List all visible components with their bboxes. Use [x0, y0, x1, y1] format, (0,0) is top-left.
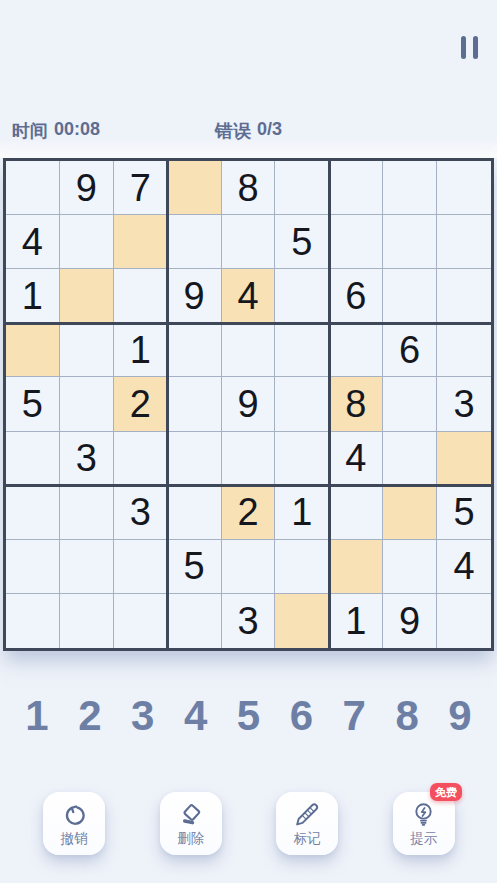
cell-r7c5[interactable]: 2: [222, 486, 276, 540]
cell-r2c6[interactable]: 5: [275, 215, 329, 269]
eraser-icon: [177, 801, 204, 828]
cell-r5c3[interactable]: 2: [114, 377, 168, 431]
cell-r3c8[interactable]: [383, 269, 437, 323]
pause-icon: [473, 36, 478, 59]
cell-r7c7[interactable]: [329, 486, 383, 540]
cell-r3c1[interactable]: 1: [6, 269, 60, 323]
cell-r8c4[interactable]: 5: [168, 540, 222, 594]
erase-button[interactable]: 删除: [160, 792, 222, 855]
cell-r6c8[interactable]: [383, 432, 437, 486]
cell-r8c1[interactable]: [6, 540, 60, 594]
cell-r7c3[interactable]: 3: [114, 486, 168, 540]
cell-r1c1[interactable]: [6, 161, 60, 215]
cell-r9c9[interactable]: [437, 594, 491, 648]
numpad-4[interactable]: 4: [179, 692, 213, 740]
cell-r6c4[interactable]: [168, 432, 222, 486]
mark-button[interactable]: 标记: [276, 792, 338, 855]
cell-r7c9[interactable]: 5: [437, 486, 491, 540]
cell-r9c1[interactable]: [6, 594, 60, 648]
cell-r7c2[interactable]: [60, 486, 114, 540]
cell-r1c8[interactable]: [383, 161, 437, 215]
cell-r2c9[interactable]: [437, 215, 491, 269]
cell-r7c6[interactable]: 1: [275, 486, 329, 540]
cell-r6c9[interactable]: [437, 432, 491, 486]
hint-label: 提示: [410, 830, 437, 848]
cell-r5c5[interactable]: 9: [222, 377, 276, 431]
cell-r3c3[interactable]: [114, 269, 168, 323]
cell-r5c7[interactable]: 8: [329, 377, 383, 431]
toolbar: 撤销 删除 标记 免费: [0, 792, 497, 855]
numpad-3[interactable]: 3: [126, 692, 160, 740]
cell-r5c1[interactable]: 5: [6, 377, 60, 431]
cell-r6c7[interactable]: 4: [329, 432, 383, 486]
cell-r1c9[interactable]: [437, 161, 491, 215]
numpad-9[interactable]: 9: [443, 692, 477, 740]
hint-button[interactable]: 免费 提示: [393, 792, 455, 855]
undo-icon: [61, 801, 88, 828]
cell-r4c2[interactable]: [60, 323, 114, 377]
board-top-glow: [0, 138, 497, 158]
cell-r4c8[interactable]: 6: [383, 323, 437, 377]
cell-r5c9[interactable]: 3: [437, 377, 491, 431]
cell-r9c8[interactable]: 9: [383, 594, 437, 648]
pencil-icon: [294, 801, 321, 828]
cell-r9c4[interactable]: [168, 594, 222, 648]
cell-r2c7[interactable]: [329, 215, 383, 269]
numpad-8[interactable]: 8: [390, 692, 424, 740]
cell-r4c3[interactable]: 1: [114, 323, 168, 377]
cell-r1c4[interactable]: [168, 161, 222, 215]
cell-r4c6[interactable]: [275, 323, 329, 377]
cell-r8c5[interactable]: [222, 540, 276, 594]
cell-r2c2[interactable]: [60, 215, 114, 269]
cell-r8c9[interactable]: 4: [437, 540, 491, 594]
cell-r5c8[interactable]: [383, 377, 437, 431]
numpad-5[interactable]: 5: [232, 692, 266, 740]
cell-r1c7[interactable]: [329, 161, 383, 215]
cell-r2c4[interactable]: [168, 215, 222, 269]
cell-r5c2[interactable]: [60, 377, 114, 431]
cell-r6c3[interactable]: [114, 432, 168, 486]
cell-r7c4[interactable]: [168, 486, 222, 540]
numpad-1[interactable]: 1: [20, 692, 54, 740]
cell-r1c6[interactable]: [275, 161, 329, 215]
cell-r4c5[interactable]: [222, 323, 276, 377]
cell-r3c4[interactable]: 9: [168, 269, 222, 323]
cell-r9c6[interactable]: [275, 594, 329, 648]
cell-r6c1[interactable]: [6, 432, 60, 486]
cell-r5c6[interactable]: [275, 377, 329, 431]
numpad-2[interactable]: 2: [73, 692, 107, 740]
cell-r9c5[interactable]: 3: [222, 594, 276, 648]
cell-r4c9[interactable]: [437, 323, 491, 377]
cell-r4c4[interactable]: [168, 323, 222, 377]
cell-r8c7[interactable]: [329, 540, 383, 594]
cell-r3c2[interactable]: [60, 269, 114, 323]
erase-label: 删除: [177, 830, 204, 848]
numpad-6[interactable]: 6: [284, 692, 318, 740]
cell-r3c6[interactable]: [275, 269, 329, 323]
sudoku-board: 978451946165298334321554319: [3, 158, 494, 651]
cell-r6c6[interactable]: [275, 432, 329, 486]
cell-r3c9[interactable]: [437, 269, 491, 323]
undo-button[interactable]: 撤销: [43, 792, 105, 855]
cell-r6c2[interactable]: 3: [60, 432, 114, 486]
sudoku-app-screen: 时间 00:08 错误 0/3 978451946165298334321554…: [0, 0, 497, 883]
cell-r8c8[interactable]: [383, 540, 437, 594]
cell-r3c7[interactable]: 6: [329, 269, 383, 323]
undo-label: 撤销: [61, 830, 88, 848]
pause-button[interactable]: [455, 34, 483, 60]
pause-icon: [461, 36, 466, 59]
cell-r8c3[interactable]: [114, 540, 168, 594]
cell-r8c6[interactable]: [275, 540, 329, 594]
mark-label: 标记: [294, 830, 321, 848]
cell-r4c7[interactable]: [329, 323, 383, 377]
cell-r9c7[interactable]: 1: [329, 594, 383, 648]
cell-r1c5[interactable]: 8: [222, 161, 276, 215]
cell-r8c2[interactable]: [60, 540, 114, 594]
cell-r9c3[interactable]: [114, 594, 168, 648]
cell-r7c8[interactable]: [383, 486, 437, 540]
cell-r9c2[interactable]: [60, 594, 114, 648]
cell-r7c1[interactable]: [6, 486, 60, 540]
cell-r6c5[interactable]: [222, 432, 276, 486]
cell-r4c1[interactable]: [6, 323, 60, 377]
cell-r2c5[interactable]: [222, 215, 276, 269]
cell-r1c3[interactable]: 7: [114, 161, 168, 215]
cell-r5c4[interactable]: [168, 377, 222, 431]
free-badge: 免费: [430, 783, 462, 801]
cell-r2c1[interactable]: 4: [6, 215, 60, 269]
numpad-7[interactable]: 7: [337, 692, 371, 740]
cell-r1c2[interactable]: 9: [60, 161, 114, 215]
cell-r2c8[interactable]: [383, 215, 437, 269]
lightbulb-icon: [410, 801, 437, 828]
cell-r2c3[interactable]: [114, 215, 168, 269]
number-pad: 123456789: [0, 692, 497, 740]
cell-r3c5[interactable]: 4: [222, 269, 276, 323]
